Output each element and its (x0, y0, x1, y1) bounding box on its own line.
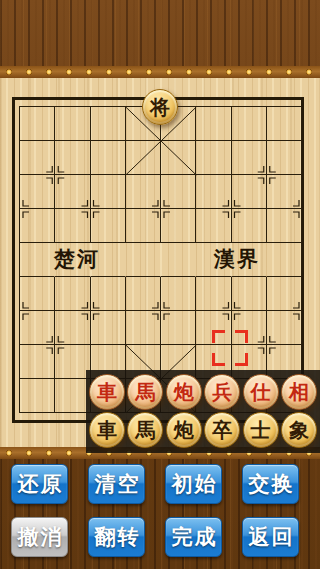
selection-cursor (212, 330, 248, 366)
tray-red-row: 車 馬 炮 兵 仕 相 (89, 374, 317, 410)
piece-label: 相 (289, 379, 309, 406)
cursor-corner-bl (212, 353, 225, 366)
piece-label: 馬 (135, 379, 155, 406)
piece-label: 車 (97, 417, 117, 444)
tray-red-advisor[interactable]: 仕 (243, 374, 279, 410)
clear-button[interactable]: 清空 (88, 464, 145, 504)
tray-red-horse[interactable]: 馬 (127, 374, 163, 410)
piece-label: 士 (251, 417, 271, 444)
piece-label: 馬 (135, 417, 155, 444)
tray-black-row: 車 馬 炮 卒 士 象 (89, 412, 317, 448)
cursor-corner-br (235, 353, 248, 366)
tray-black-elephant[interactable]: 象 (281, 412, 317, 448)
piece-label: 卒 (212, 417, 232, 444)
river-label-han-jie: 漢界 (197, 246, 277, 272)
back-button[interactable]: 返回 (242, 517, 299, 557)
tray-red-chariot[interactable]: 車 (89, 374, 125, 410)
piece-label: 仕 (251, 379, 271, 406)
piece-tray: 車 馬 炮 兵 仕 相 車 馬 炮 卒 士 象 (86, 370, 320, 453)
tray-black-advisor[interactable]: 士 (243, 412, 279, 448)
piece-label: 兵 (212, 379, 232, 406)
button-panel: 还原 清空 初始 交换 撤消 翻转 完成 返回 (11, 464, 299, 557)
flip-button[interactable]: 翻转 (88, 517, 145, 557)
stud-strip-top (0, 66, 320, 78)
piece-label: 車 (97, 379, 117, 406)
undo-button[interactable]: 撤消 (11, 517, 68, 557)
tray-black-horse[interactable]: 馬 (127, 412, 163, 448)
xiangqi-editor-screen: 楚河 漢界 将 車 馬 炮 兵 仕 相 車 馬 炮 卒 士 象 还原 清空 初始 (0, 0, 320, 569)
tray-red-cannon[interactable]: 炮 (166, 374, 202, 410)
piece-label: 将 (150, 94, 170, 121)
tray-black-chariot[interactable]: 車 (89, 412, 125, 448)
piece-label: 炮 (174, 417, 194, 444)
piece-label: 炮 (174, 379, 194, 406)
cursor-corner-tr (235, 330, 248, 343)
tray-red-soldier[interactable]: 兵 (204, 374, 240, 410)
palace-diagonals (126, 107, 197, 413)
black-general-piece[interactable]: 将 (142, 89, 178, 125)
tray-black-cannon[interactable]: 炮 (166, 412, 202, 448)
restore-button[interactable]: 还原 (11, 464, 68, 504)
tray-black-soldier[interactable]: 卒 (204, 412, 240, 448)
cursor-corner-tl (212, 330, 225, 343)
piece-label: 象 (289, 417, 309, 444)
tray-red-elephant[interactable]: 相 (281, 374, 317, 410)
done-button[interactable]: 完成 (165, 517, 222, 557)
swap-button[interactable]: 交换 (242, 464, 299, 504)
river-label-chu-he: 楚河 (37, 246, 117, 272)
initial-button[interactable]: 初始 (165, 464, 222, 504)
